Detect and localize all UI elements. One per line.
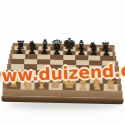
product-photo: ♜♞♝♛♚♝♞♜♟♟♟♟♟♟♟♟♟♟♟♟♟♟♟♟♜♞♝♛♚♝♞♜ www.dui… [0, 0, 125, 125]
square-d1: ♛ [48, 83, 62, 90]
square-h1: ♜ [104, 84, 118, 91]
square-e1: ♚ [62, 83, 76, 90]
square-g1: ♞ [90, 84, 104, 91]
square-f1: ♝ [76, 83, 90, 90]
